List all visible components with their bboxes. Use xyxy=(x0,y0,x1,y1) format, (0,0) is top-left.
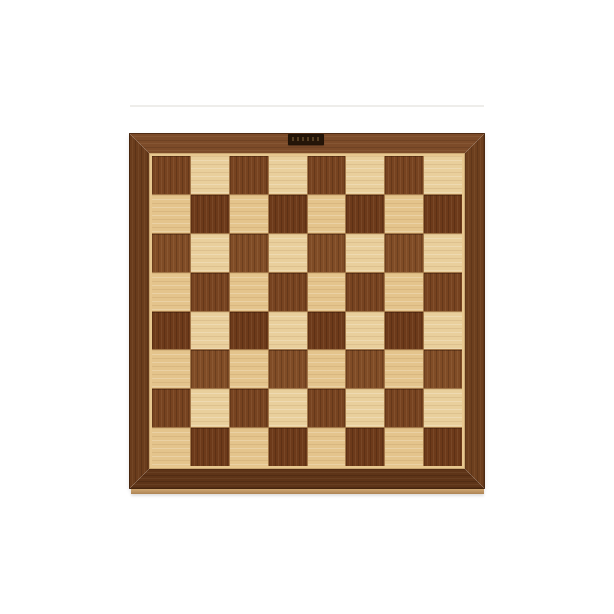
board-back-edge xyxy=(130,105,484,107)
board-square-c3[interactable] xyxy=(230,350,268,388)
board-square-g1[interactable] xyxy=(385,428,423,466)
board-square-a4[interactable] xyxy=(152,312,190,350)
brand-nameplate xyxy=(288,134,324,145)
board-grid xyxy=(152,156,462,466)
board-square-h4[interactable] xyxy=(424,312,462,350)
board-square-c7[interactable] xyxy=(230,195,268,233)
board-square-a7[interactable] xyxy=(152,195,190,233)
board-square-h1[interactable] xyxy=(424,428,462,466)
board-square-f4[interactable] xyxy=(346,312,384,350)
board-square-a8[interactable] xyxy=(152,156,190,194)
board-square-b7[interactable] xyxy=(191,195,229,233)
board-square-f8[interactable] xyxy=(346,156,384,194)
board-square-b1[interactable] xyxy=(191,428,229,466)
board-square-h2[interactable] xyxy=(424,389,462,427)
board-square-g3[interactable] xyxy=(385,350,423,388)
board-square-a1[interactable] xyxy=(152,428,190,466)
board-square-f5[interactable] xyxy=(346,273,384,311)
board-square-a5[interactable] xyxy=(152,273,190,311)
board-square-b2[interactable] xyxy=(191,389,229,427)
board-square-d2[interactable] xyxy=(269,389,307,427)
board-square-g6[interactable] xyxy=(385,234,423,272)
board-square-f3[interactable] xyxy=(346,350,384,388)
board-square-e3[interactable] xyxy=(308,350,346,388)
board-square-d3[interactable] xyxy=(269,350,307,388)
board-square-e7[interactable] xyxy=(308,195,346,233)
board-square-a3[interactable] xyxy=(152,350,190,388)
board-square-g5[interactable] xyxy=(385,273,423,311)
board-square-b4[interactable] xyxy=(191,312,229,350)
board-square-c1[interactable] xyxy=(230,428,268,466)
board-square-h3[interactable] xyxy=(424,350,462,388)
board-square-f2[interactable] xyxy=(346,389,384,427)
board-square-a6[interactable] xyxy=(152,234,190,272)
board-square-d1[interactable] xyxy=(269,428,307,466)
board-square-f6[interactable] xyxy=(346,234,384,272)
board-square-c2[interactable] xyxy=(230,389,268,427)
board-square-e4[interactable] xyxy=(308,312,346,350)
board-square-d6[interactable] xyxy=(269,234,307,272)
chess-board xyxy=(129,133,485,489)
board-square-c4[interactable] xyxy=(230,312,268,350)
board-square-e8[interactable] xyxy=(308,156,346,194)
board-square-g4[interactable] xyxy=(385,312,423,350)
board-square-c8[interactable] xyxy=(230,156,268,194)
board-square-e2[interactable] xyxy=(308,389,346,427)
board-square-a2[interactable] xyxy=(152,389,190,427)
board-square-h8[interactable] xyxy=(424,156,462,194)
board-square-g2[interactable] xyxy=(385,389,423,427)
board-square-d7[interactable] xyxy=(269,195,307,233)
board-square-g7[interactable] xyxy=(385,195,423,233)
product-photo-canvas xyxy=(0,0,614,614)
board-square-e1[interactable] xyxy=(308,428,346,466)
board-square-b6[interactable] xyxy=(191,234,229,272)
board-square-d4[interactable] xyxy=(269,312,307,350)
board-square-e6[interactable] xyxy=(308,234,346,272)
board-square-h7[interactable] xyxy=(424,195,462,233)
board-square-b8[interactable] xyxy=(191,156,229,194)
board-front-edge xyxy=(131,489,484,494)
board-square-d8[interactable] xyxy=(269,156,307,194)
board-square-e5[interactable] xyxy=(308,273,346,311)
board-square-f7[interactable] xyxy=(346,195,384,233)
board-square-b3[interactable] xyxy=(191,350,229,388)
board-square-h6[interactable] xyxy=(424,234,462,272)
board-square-c5[interactable] xyxy=(230,273,268,311)
board-square-f1[interactable] xyxy=(346,428,384,466)
board-square-d5[interactable] xyxy=(269,273,307,311)
board-square-b5[interactable] xyxy=(191,273,229,311)
board-square-g8[interactable] xyxy=(385,156,423,194)
board-square-c6[interactable] xyxy=(230,234,268,272)
board-square-h5[interactable] xyxy=(424,273,462,311)
